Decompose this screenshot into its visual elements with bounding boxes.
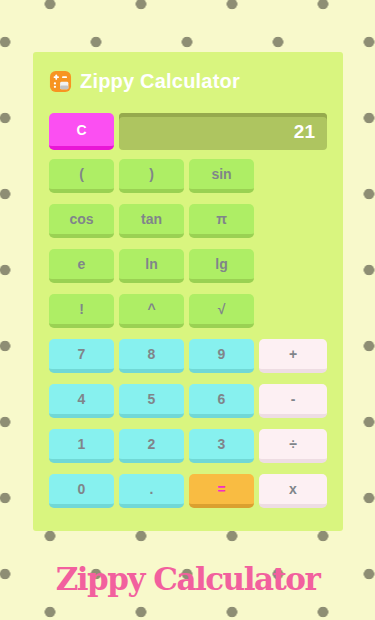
key-row: 789+ (49, 339, 327, 373)
key-digit-8[interactable]: 8 (119, 339, 184, 373)
key-factorial[interactable]: ! (49, 294, 114, 328)
phone-screen: { "calculator": { "title": "Zippy Calcul… (0, 0, 375, 620)
key-equals[interactable]: = (189, 474, 254, 508)
key-e[interactable]: e (49, 249, 114, 283)
key-digit-3[interactable]: 3 (189, 429, 254, 463)
key-digit-6[interactable]: 6 (189, 384, 254, 418)
keypad: ()sincostanπelnlg!^√789+456-123÷0.=x (49, 159, 327, 508)
calculator-header: Zippy Calculator (49, 68, 327, 94)
key-row: costanπ (49, 204, 327, 238)
calculator-card: Zippy Calculator C 21 ()sincostanπelnlg!… (33, 52, 343, 531)
key-digit-1[interactable]: 1 (49, 429, 114, 463)
clear-button[interactable]: C (49, 113, 114, 150)
key-row: 0.=x (49, 474, 327, 508)
key-pi[interactable]: π (189, 204, 254, 238)
key-multiply[interactable]: x (259, 474, 327, 508)
key-digit-4[interactable]: 4 (49, 384, 114, 418)
key-sin[interactable]: sin (189, 159, 254, 193)
key-digit-2[interactable]: 2 (119, 429, 184, 463)
display-row: C 21 (49, 113, 327, 150)
calculator-icon (49, 70, 72, 93)
key-ln[interactable]: ln (119, 249, 184, 283)
key-minus[interactable]: - (259, 384, 327, 418)
footer-title: Zippy Calculator (0, 561, 375, 597)
key-row: 123÷ (49, 429, 327, 463)
key-power[interactable]: ^ (119, 294, 184, 328)
key-digit-7[interactable]: 7 (49, 339, 114, 373)
key-sqrt[interactable]: √ (189, 294, 254, 328)
key-digit-9[interactable]: 9 (189, 339, 254, 373)
app-title: Zippy Calculator (80, 70, 240, 93)
key-row: 456- (49, 384, 327, 418)
key-row: ()sin (49, 159, 327, 193)
key-row: !^√ (49, 294, 327, 328)
key-cos[interactable]: cos (49, 204, 114, 238)
key-tan[interactable]: tan (119, 204, 184, 238)
key-divide[interactable]: ÷ (259, 429, 327, 463)
key-lg[interactable]: lg (189, 249, 254, 283)
key-decimal-point[interactable]: . (119, 474, 184, 508)
key-row: elnlg (49, 249, 327, 283)
key-open-paren[interactable]: ( (49, 159, 114, 193)
calculator-display: 21 (119, 113, 327, 150)
key-digit-0[interactable]: 0 (49, 474, 114, 508)
key-digit-5[interactable]: 5 (119, 384, 184, 418)
key-plus[interactable]: + (259, 339, 327, 373)
key-close-paren[interactable]: ) (119, 159, 184, 193)
